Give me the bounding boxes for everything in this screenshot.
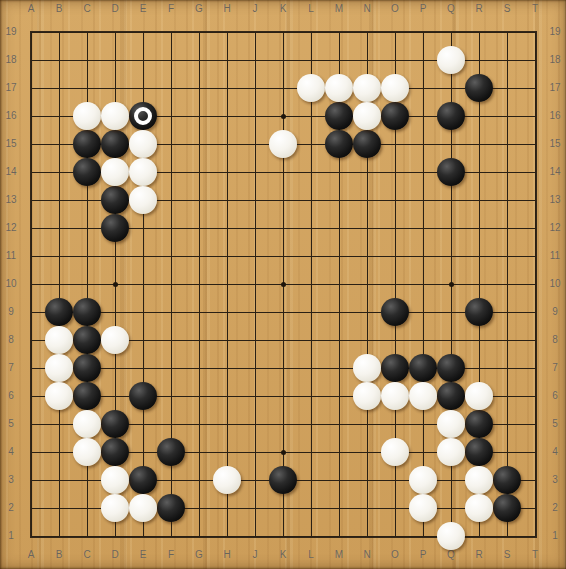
white-stone-D3 bbox=[101, 466, 129, 494]
row-label: 9 bbox=[544, 306, 566, 318]
row-label: 19 bbox=[544, 26, 566, 38]
row-label: 19 bbox=[0, 26, 22, 38]
row-label: 8 bbox=[544, 334, 566, 346]
column-label: R bbox=[475, 549, 482, 561]
black-stone-B9 bbox=[45, 298, 73, 326]
column-label: O bbox=[391, 3, 399, 15]
column-label: Q bbox=[447, 3, 455, 15]
column-label: P bbox=[420, 3, 427, 15]
row-label: 3 bbox=[0, 474, 22, 486]
column-label: P bbox=[420, 549, 427, 561]
column-label: M bbox=[335, 3, 343, 15]
white-stone-D2 bbox=[101, 494, 129, 522]
row-label: 17 bbox=[0, 82, 22, 94]
column-label: C bbox=[83, 3, 90, 15]
column-label: K bbox=[280, 549, 287, 561]
black-stone-M16 bbox=[325, 102, 353, 130]
row-label: 16 bbox=[544, 110, 566, 122]
black-stone-D15 bbox=[101, 130, 129, 158]
white-stone-N17 bbox=[353, 74, 381, 102]
black-stone-C8 bbox=[73, 326, 101, 354]
column-label: J bbox=[253, 3, 258, 15]
black-stone-O7 bbox=[381, 354, 409, 382]
column-label: N bbox=[363, 3, 370, 15]
black-stone-Q16 bbox=[437, 102, 465, 130]
star-point bbox=[281, 450, 286, 455]
row-label: 18 bbox=[544, 54, 566, 66]
row-label: 6 bbox=[0, 390, 22, 402]
row-label: 18 bbox=[0, 54, 22, 66]
white-stone-E2 bbox=[129, 494, 157, 522]
star-point bbox=[281, 114, 286, 119]
column-label: L bbox=[308, 3, 314, 15]
column-label: E bbox=[140, 3, 147, 15]
black-stone-K3 bbox=[269, 466, 297, 494]
white-stone-P6 bbox=[409, 382, 437, 410]
white-stone-R6 bbox=[465, 382, 493, 410]
column-label: G bbox=[195, 549, 203, 561]
white-stone-N6 bbox=[353, 382, 381, 410]
white-stone-Q18 bbox=[437, 46, 465, 74]
column-label: T bbox=[532, 3, 538, 15]
column-label: L bbox=[308, 549, 314, 561]
white-stone-E14 bbox=[129, 158, 157, 186]
white-stone-Q4 bbox=[437, 438, 465, 466]
row-label: 5 bbox=[544, 418, 566, 430]
column-label: K bbox=[280, 3, 287, 15]
black-stone-E16 bbox=[129, 102, 157, 130]
white-stone-M17 bbox=[325, 74, 353, 102]
column-label: S bbox=[504, 3, 511, 15]
column-label: H bbox=[223, 3, 230, 15]
black-stone-R17 bbox=[465, 74, 493, 102]
white-stone-E13 bbox=[129, 186, 157, 214]
row-label: 12 bbox=[0, 222, 22, 234]
white-stone-O4 bbox=[381, 438, 409, 466]
white-stone-H3 bbox=[213, 466, 241, 494]
row-label: 14 bbox=[544, 166, 566, 178]
column-label: G bbox=[195, 3, 203, 15]
column-label: B bbox=[56, 3, 63, 15]
column-label: S bbox=[504, 549, 511, 561]
white-stone-Q5 bbox=[437, 410, 465, 438]
black-stone-Q7 bbox=[437, 354, 465, 382]
white-stone-B8 bbox=[45, 326, 73, 354]
white-stone-C16 bbox=[73, 102, 101, 130]
row-label: 13 bbox=[0, 194, 22, 206]
row-label: 2 bbox=[0, 502, 22, 514]
row-label: 13 bbox=[544, 194, 566, 206]
black-stone-D4 bbox=[101, 438, 129, 466]
white-stone-C4 bbox=[73, 438, 101, 466]
white-stone-K15 bbox=[269, 130, 297, 158]
black-stone-C14 bbox=[73, 158, 101, 186]
column-label: R bbox=[475, 3, 482, 15]
black-stone-M15 bbox=[325, 130, 353, 158]
black-stone-C7 bbox=[73, 354, 101, 382]
column-label: F bbox=[168, 549, 174, 561]
column-label: T bbox=[532, 549, 538, 561]
black-stone-F2 bbox=[157, 494, 185, 522]
row-label: 9 bbox=[0, 306, 22, 318]
white-stone-C5 bbox=[73, 410, 101, 438]
black-stone-E6 bbox=[129, 382, 157, 410]
black-stone-D12 bbox=[101, 214, 129, 242]
column-label: O bbox=[391, 549, 399, 561]
black-stone-F4 bbox=[157, 438, 185, 466]
star-point bbox=[113, 282, 118, 287]
white-stone-B7 bbox=[45, 354, 73, 382]
white-stone-E15 bbox=[129, 130, 157, 158]
row-label: 3 bbox=[544, 474, 566, 486]
row-label: 11 bbox=[0, 250, 22, 262]
black-stone-D13 bbox=[101, 186, 129, 214]
white-stone-P3 bbox=[409, 466, 437, 494]
white-stone-O17 bbox=[381, 74, 409, 102]
white-stone-L17 bbox=[297, 74, 325, 102]
go-board[interactable]: ABCDEFGHJKLMNOPQRST ABCDEFGHJKLMNOPQRST … bbox=[0, 0, 566, 569]
white-stone-Q1 bbox=[437, 522, 465, 550]
white-stone-D8 bbox=[101, 326, 129, 354]
row-label: 15 bbox=[544, 138, 566, 150]
black-stone-N15 bbox=[353, 130, 381, 158]
row-label: 1 bbox=[544, 530, 566, 542]
column-label: D bbox=[111, 549, 118, 561]
board-grid[interactable] bbox=[31, 32, 536, 537]
white-stone-D16 bbox=[101, 102, 129, 130]
column-label: B bbox=[56, 549, 63, 561]
white-stone-O6 bbox=[381, 382, 409, 410]
black-stone-C9 bbox=[73, 298, 101, 326]
black-stone-S3 bbox=[493, 466, 521, 494]
row-label: 1 bbox=[0, 530, 22, 542]
black-stone-D5 bbox=[101, 410, 129, 438]
row-label: 15 bbox=[0, 138, 22, 150]
black-stone-C15 bbox=[73, 130, 101, 158]
row-label: 8 bbox=[0, 334, 22, 346]
row-label: 4 bbox=[544, 446, 566, 458]
column-label: H bbox=[223, 549, 230, 561]
black-stone-R9 bbox=[465, 298, 493, 326]
white-stone-R2 bbox=[465, 494, 493, 522]
black-stone-E3 bbox=[129, 466, 157, 494]
black-stone-Q6 bbox=[437, 382, 465, 410]
black-stone-O9 bbox=[381, 298, 409, 326]
row-label: 6 bbox=[544, 390, 566, 402]
white-stone-N16 bbox=[353, 102, 381, 130]
white-stone-R3 bbox=[465, 466, 493, 494]
column-label: J bbox=[253, 549, 258, 561]
row-label: 10 bbox=[0, 278, 22, 290]
column-label: F bbox=[168, 3, 174, 15]
column-label: A bbox=[28, 3, 35, 15]
row-label: 7 bbox=[544, 362, 566, 374]
column-label: M bbox=[335, 549, 343, 561]
column-label: D bbox=[111, 3, 118, 15]
white-stone-P2 bbox=[409, 494, 437, 522]
row-label: 17 bbox=[544, 82, 566, 94]
row-label: 10 bbox=[544, 278, 566, 290]
star-point bbox=[281, 282, 286, 287]
black-stone-S2 bbox=[493, 494, 521, 522]
column-label: A bbox=[28, 549, 35, 561]
row-label: 7 bbox=[0, 362, 22, 374]
row-label: 16 bbox=[0, 110, 22, 122]
row-label: 12 bbox=[544, 222, 566, 234]
column-label: C bbox=[83, 549, 90, 561]
column-label: E bbox=[140, 549, 147, 561]
row-label: 4 bbox=[0, 446, 22, 458]
black-stone-R4 bbox=[465, 438, 493, 466]
star-point bbox=[449, 282, 454, 287]
column-label: Q bbox=[447, 549, 455, 561]
row-label: 2 bbox=[544, 502, 566, 514]
white-stone-D14 bbox=[101, 158, 129, 186]
column-label: N bbox=[363, 549, 370, 561]
black-stone-O16 bbox=[381, 102, 409, 130]
row-label: 5 bbox=[0, 418, 22, 430]
black-stone-Q14 bbox=[437, 158, 465, 186]
white-stone-N7 bbox=[353, 354, 381, 382]
row-label: 14 bbox=[0, 166, 22, 178]
row-label: 11 bbox=[544, 250, 566, 262]
white-stone-B6 bbox=[45, 382, 73, 410]
last-move-marker bbox=[134, 107, 152, 125]
black-stone-C6 bbox=[73, 382, 101, 410]
black-stone-R5 bbox=[465, 410, 493, 438]
black-stone-P7 bbox=[409, 354, 437, 382]
